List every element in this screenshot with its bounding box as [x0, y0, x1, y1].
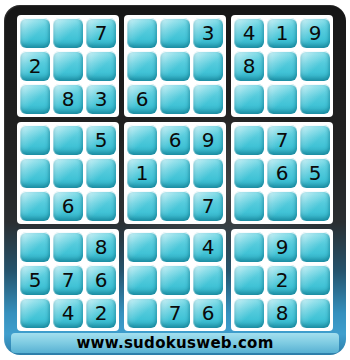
given-digit: 6 — [276, 163, 289, 183]
cell-r4c8: 7 — [267, 125, 297, 155]
cell-r3c4: 6 — [127, 84, 157, 114]
box-2: 36 — [124, 15, 226, 117]
cell-r7c3: 8 — [86, 232, 116, 262]
cell-r2c9[interactable] — [300, 51, 330, 81]
given-digit: 8 — [276, 303, 289, 323]
cell-r8c5[interactable] — [160, 265, 190, 295]
cell-r9c8: 8 — [267, 298, 297, 328]
cell-r2c7: 8 — [234, 51, 264, 81]
cell-r3c3: 3 — [86, 84, 116, 114]
cell-r8c9[interactable] — [300, 265, 330, 295]
given-digit: 6 — [136, 89, 149, 109]
cell-r4c2[interactable] — [53, 125, 83, 155]
given-digit: 7 — [95, 23, 108, 43]
cell-r5c1[interactable] — [20, 158, 50, 188]
cell-r1c5[interactable] — [160, 18, 190, 48]
cell-r7c4[interactable] — [127, 232, 157, 262]
given-digit: 6 — [202, 303, 215, 323]
box-8: 476 — [124, 229, 226, 331]
cell-r9c2: 4 — [53, 298, 83, 328]
given-digit: 7 — [62, 270, 75, 290]
cell-r6c5[interactable] — [160, 191, 190, 221]
cell-r8c1: 5 — [20, 265, 50, 295]
cell-r6c1[interactable] — [20, 191, 50, 221]
cell-r4c1[interactable] — [20, 125, 50, 155]
given-digit: 6 — [95, 270, 108, 290]
cell-r7c9[interactable] — [300, 232, 330, 262]
cell-r1c3: 7 — [86, 18, 116, 48]
cell-r4c7[interactable] — [234, 125, 264, 155]
given-digit: 9 — [276, 237, 289, 257]
box-9: 928 — [231, 229, 333, 331]
cell-r1c4[interactable] — [127, 18, 157, 48]
cell-r5c3[interactable] — [86, 158, 116, 188]
sudoku-screenshot: 7283364198566917765857642476928 www.sudo… — [0, 0, 350, 360]
given-digit: 5 — [29, 270, 42, 290]
cell-r5c7[interactable] — [234, 158, 264, 188]
cell-r4c4[interactable] — [127, 125, 157, 155]
cell-r8c3: 6 — [86, 265, 116, 295]
cell-r5c8: 6 — [267, 158, 297, 188]
given-digit: 6 — [62, 196, 75, 216]
cell-r6c9[interactable] — [300, 191, 330, 221]
cell-r5c9: 5 — [300, 158, 330, 188]
cell-r9c7[interactable] — [234, 298, 264, 328]
given-digit: 3 — [202, 23, 215, 43]
given-digit: 2 — [29, 56, 42, 76]
given-digit: 5 — [95, 130, 108, 150]
cell-r5c2[interactable] — [53, 158, 83, 188]
cell-r6c4[interactable] — [127, 191, 157, 221]
box-5: 6917 — [124, 122, 226, 224]
cell-r7c7[interactable] — [234, 232, 264, 262]
cell-r2c2[interactable] — [53, 51, 83, 81]
cell-r8c7[interactable] — [234, 265, 264, 295]
given-digit: 4 — [243, 23, 256, 43]
cell-r2c6[interactable] — [193, 51, 223, 81]
cell-r5c5[interactable] — [160, 158, 190, 188]
cell-r9c1[interactable] — [20, 298, 50, 328]
cell-r8c4[interactable] — [127, 265, 157, 295]
cell-r7c5[interactable] — [160, 232, 190, 262]
given-digit: 7 — [169, 303, 182, 323]
footer-band: www.sudokusweb.com — [11, 333, 339, 353]
cell-r3c2: 8 — [53, 84, 83, 114]
cell-r2c1: 2 — [20, 51, 50, 81]
cell-r9c9[interactable] — [300, 298, 330, 328]
cell-r1c8: 1 — [267, 18, 297, 48]
cell-r8c2: 7 — [53, 265, 83, 295]
sudoku-board: 7283364198566917765857642476928 — [17, 15, 333, 331]
cell-r4c6: 9 — [193, 125, 223, 155]
given-digit: 1 — [276, 23, 289, 43]
cell-r1c1[interactable] — [20, 18, 50, 48]
given-digit: 8 — [95, 237, 108, 257]
cell-r9c5: 7 — [160, 298, 190, 328]
cell-r6c8[interactable] — [267, 191, 297, 221]
given-digit: 2 — [276, 270, 289, 290]
cell-r5c6[interactable] — [193, 158, 223, 188]
cell-r9c6: 6 — [193, 298, 223, 328]
box-1: 7283 — [17, 15, 119, 117]
cell-r3c7[interactable] — [234, 84, 264, 114]
cell-r9c3: 2 — [86, 298, 116, 328]
given-digit: 3 — [95, 89, 108, 109]
box-4: 56 — [17, 122, 119, 224]
cell-r8c8: 2 — [267, 265, 297, 295]
cell-r3c1[interactable] — [20, 84, 50, 114]
cell-r7c1[interactable] — [20, 232, 50, 262]
cell-r3c6[interactable] — [193, 84, 223, 114]
cell-r7c8: 9 — [267, 232, 297, 262]
given-digit: 7 — [202, 196, 215, 216]
cell-r1c7: 4 — [234, 18, 264, 48]
cell-r3c9[interactable] — [300, 84, 330, 114]
cell-r8c6[interactable] — [193, 265, 223, 295]
given-digit: 4 — [62, 303, 75, 323]
cell-r4c3: 5 — [86, 125, 116, 155]
given-digit: 7 — [276, 130, 289, 150]
website-link[interactable]: www.sudokusweb.com — [76, 334, 273, 352]
given-digit: 9 — [202, 130, 215, 150]
cell-r1c6: 3 — [193, 18, 223, 48]
cell-r3c8[interactable] — [267, 84, 297, 114]
cell-r2c4[interactable] — [127, 51, 157, 81]
given-digit: 8 — [243, 56, 256, 76]
cell-r1c2[interactable] — [53, 18, 83, 48]
given-digit: 2 — [95, 303, 108, 323]
cell-r9c4[interactable] — [127, 298, 157, 328]
cell-r5c4: 1 — [127, 158, 157, 188]
cell-r7c2[interactable] — [53, 232, 83, 262]
given-digit: 9 — [309, 23, 322, 43]
given-digit: 5 — [309, 163, 322, 183]
cell-r4c5: 6 — [160, 125, 190, 155]
board-frame: 7283364198566917765857642476928 www.sudo… — [4, 5, 346, 355]
cell-r3c5[interactable] — [160, 84, 190, 114]
given-digit: 8 — [62, 89, 75, 109]
cell-r7c6: 4 — [193, 232, 223, 262]
cell-r4c9[interactable] — [300, 125, 330, 155]
cell-r2c5[interactable] — [160, 51, 190, 81]
given-digit: 6 — [169, 130, 182, 150]
box-3: 4198 — [231, 15, 333, 117]
given-digit: 1 — [136, 163, 149, 183]
cell-r6c7[interactable] — [234, 191, 264, 221]
cell-r2c8[interactable] — [267, 51, 297, 81]
cell-r6c6: 7 — [193, 191, 223, 221]
box-7: 857642 — [17, 229, 119, 331]
cell-r1c9: 9 — [300, 18, 330, 48]
given-digit: 4 — [202, 237, 215, 257]
cell-r6c3[interactable] — [86, 191, 116, 221]
cell-r6c2: 6 — [53, 191, 83, 221]
cell-r2c3[interactable] — [86, 51, 116, 81]
box-6: 765 — [231, 122, 333, 224]
